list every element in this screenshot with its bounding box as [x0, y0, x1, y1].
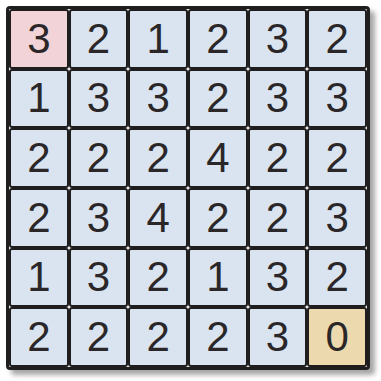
cell-r5c0[interactable]: 2: [9, 307, 69, 367]
cell-r5c1[interactable]: 2: [69, 307, 129, 367]
cell-r3c3[interactable]: 2: [188, 188, 248, 248]
cell-r0c1[interactable]: 2: [69, 9, 129, 69]
cell-r2c0[interactable]: 2: [9, 128, 69, 188]
cell-r4c1[interactable]: 3: [69, 248, 129, 308]
cell-r5c5[interactable]: 0: [307, 307, 367, 367]
cell-r4c2[interactable]: 2: [128, 248, 188, 308]
cell-r4c5[interactable]: 2: [307, 248, 367, 308]
number-maze-board: 321232133233222422234223132132222230: [6, 6, 370, 370]
cell-r2c1[interactable]: 2: [69, 128, 129, 188]
cell-r1c3[interactable]: 2: [188, 69, 248, 129]
cell-r0c2[interactable]: 1: [128, 9, 188, 69]
cell-r1c0[interactable]: 1: [9, 69, 69, 129]
cell-r3c4[interactable]: 2: [248, 188, 308, 248]
cell-r5c4[interactable]: 3: [248, 307, 308, 367]
cell-r3c5[interactable]: 3: [307, 188, 367, 248]
cell-r4c3[interactable]: 1: [188, 248, 248, 308]
cell-r2c4[interactable]: 2: [248, 128, 308, 188]
cell-r1c1[interactable]: 3: [69, 69, 129, 129]
cell-r2c5[interactable]: 2: [307, 128, 367, 188]
cell-r0c5[interactable]: 2: [307, 9, 367, 69]
puzzle-stage: 321232133233222422234223132132222230: [0, 0, 381, 381]
cell-r4c0[interactable]: 1: [9, 248, 69, 308]
cell-r1c5[interactable]: 3: [307, 69, 367, 129]
cell-r2c2[interactable]: 2: [128, 128, 188, 188]
cell-r1c4[interactable]: 3: [248, 69, 308, 129]
cell-r3c0[interactable]: 2: [9, 188, 69, 248]
cell-r4c4[interactable]: 3: [248, 248, 308, 308]
cell-r0c4[interactable]: 3: [248, 9, 308, 69]
cell-r2c3[interactable]: 4: [188, 128, 248, 188]
cell-r1c2[interactable]: 3: [128, 69, 188, 129]
cell-r0c3[interactable]: 2: [188, 9, 248, 69]
cell-r0c0[interactable]: 3: [9, 9, 69, 69]
cell-r3c2[interactable]: 4: [128, 188, 188, 248]
cell-r3c1[interactable]: 3: [69, 188, 129, 248]
cell-r5c3[interactable]: 2: [188, 307, 248, 367]
cell-r5c2[interactable]: 2: [128, 307, 188, 367]
